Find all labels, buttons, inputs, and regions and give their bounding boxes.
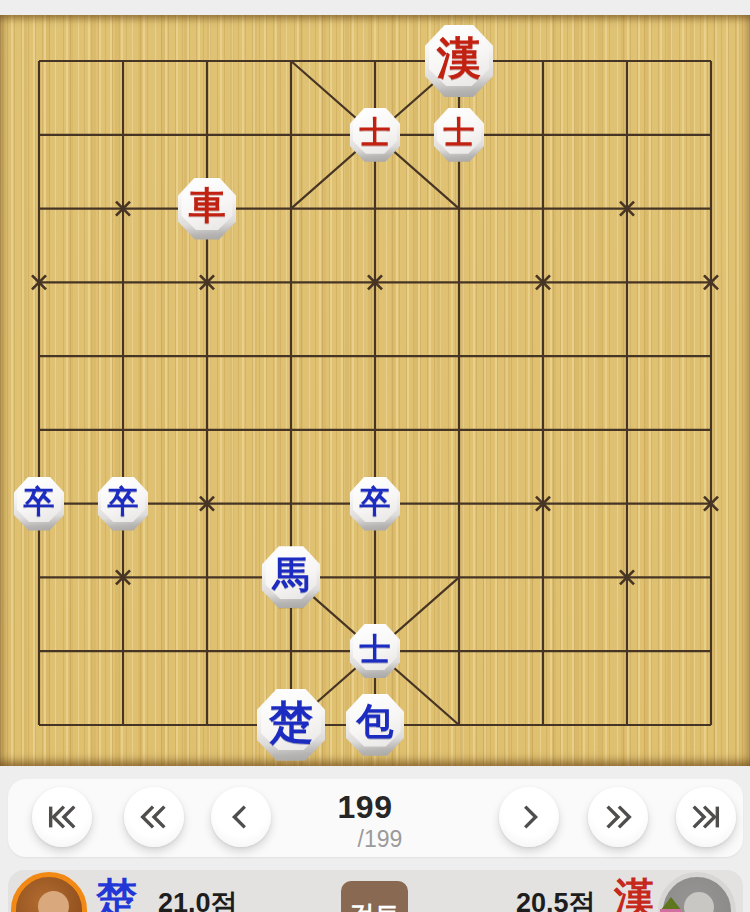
skip-to-first-icon	[45, 800, 79, 834]
piece-han-chariot[interactable]: 車	[178, 178, 236, 240]
board-cell	[165, 393, 249, 467]
board-cell	[585, 688, 669, 762]
board-cell	[333, 319, 417, 393]
board-cell	[417, 393, 501, 467]
piece-cho-soldier[interactable]: 卒	[14, 477, 64, 531]
board-cell	[585, 319, 669, 393]
board-cell	[501, 98, 585, 172]
step-forward-icon	[512, 800, 546, 834]
board-cell	[417, 614, 501, 688]
board-cell: 卒	[81, 467, 165, 541]
board-cell	[81, 98, 165, 172]
board-cell	[165, 540, 249, 614]
board-cell: 士	[333, 614, 417, 688]
board-cell	[501, 245, 585, 319]
board-cell	[501, 393, 585, 467]
board-cell	[669, 540, 750, 614]
han-score: 20.5점	[516, 885, 596, 912]
board-cell: 漢	[417, 24, 501, 98]
board-cell	[0, 540, 81, 614]
board-cell	[669, 467, 750, 541]
board-cell: 卒	[333, 467, 417, 541]
board-cell	[417, 688, 501, 762]
fast-forward-button[interactable]	[588, 787, 648, 847]
step-forward-button[interactable]	[499, 787, 559, 847]
board-cell	[81, 614, 165, 688]
piece-cho-horse[interactable]: 馬	[262, 546, 320, 608]
board-cell	[249, 24, 333, 98]
board-cell	[669, 688, 750, 762]
board-cell	[669, 245, 750, 319]
board-cell	[669, 172, 750, 246]
board-cell	[501, 540, 585, 614]
board-cell	[669, 393, 750, 467]
board-cell: 士	[417, 98, 501, 172]
board-cell: 楚	[249, 688, 333, 762]
piece-han-guard[interactable]: 士	[350, 108, 400, 162]
board-cell	[333, 393, 417, 467]
board-cell	[417, 172, 501, 246]
avatar-head	[38, 891, 69, 912]
board-cell	[585, 98, 669, 172]
piece-grid: 漢士士車卒卒卒馬士楚包	[0, 24, 750, 762]
step-backward-button[interactable]	[211, 787, 271, 847]
rank-badge-icon	[660, 897, 682, 911]
piece-cho-soldier[interactable]: 卒	[98, 477, 148, 531]
board-cell	[165, 245, 249, 319]
board-cell	[417, 540, 501, 614]
board-cell	[0, 614, 81, 688]
board-cell	[0, 393, 81, 467]
board-cell	[249, 172, 333, 246]
board-cell	[249, 98, 333, 172]
board-cell	[81, 688, 165, 762]
piece-han-general[interactable]: 漢	[425, 25, 493, 97]
board-cell	[165, 467, 249, 541]
piece-glyph: 卒	[360, 486, 391, 517]
app-screen: 漢士士車卒卒卒馬士楚包	[0, 0, 750, 912]
fast-backward-icon	[137, 800, 171, 834]
board-cell: 卒	[0, 467, 81, 541]
board-cell	[0, 172, 81, 246]
board-cell	[501, 319, 585, 393]
piece-glyph: 漢	[437, 36, 481, 80]
board-cell	[249, 467, 333, 541]
board-cell	[81, 540, 165, 614]
board-cell	[0, 98, 81, 172]
board-cell: 車	[165, 172, 249, 246]
board-cell	[585, 467, 669, 541]
skip-to-last-icon	[689, 800, 723, 834]
board-cell	[333, 540, 417, 614]
board-cell	[249, 614, 333, 688]
board-cell	[585, 24, 669, 98]
board-cell	[81, 24, 165, 98]
avatar-head	[684, 892, 714, 912]
board-cell	[501, 172, 585, 246]
board-cell	[0, 245, 81, 319]
fast-backward-button[interactable]	[124, 787, 184, 847]
piece-han-guard[interactable]: 士	[434, 108, 484, 162]
board-cell	[249, 319, 333, 393]
piece-glyph: 楚	[269, 700, 313, 744]
board-cell	[417, 245, 501, 319]
piece-glyph: 士	[360, 633, 391, 664]
board-cell	[585, 540, 669, 614]
board-cell	[669, 614, 750, 688]
piece-glyph: 卒	[108, 486, 139, 517]
board-cell	[81, 319, 165, 393]
board-cell	[333, 24, 417, 98]
move-total: /199	[328, 826, 432, 853]
piece-glyph: 士	[444, 117, 475, 148]
skip-to-first-button[interactable]	[32, 787, 92, 847]
board-cell	[165, 98, 249, 172]
board-cell	[0, 24, 81, 98]
fast-forward-icon	[601, 800, 635, 834]
board-cell	[501, 614, 585, 688]
board-cell	[333, 172, 417, 246]
board-cell	[165, 319, 249, 393]
move-counter: 199 /199	[313, 789, 417, 853]
board-cell	[585, 393, 669, 467]
board-cell	[417, 319, 501, 393]
piece-glyph: 士	[360, 117, 391, 148]
piece-glyph: 包	[357, 704, 394, 741]
board-cell	[81, 172, 165, 246]
board-cell	[417, 467, 501, 541]
board-cell	[669, 24, 750, 98]
piece-glyph: 車	[189, 187, 226, 224]
cho-side-symbol: 楚	[96, 878, 137, 912]
review-button[interactable]: 검토	[341, 881, 408, 912]
board-cell	[501, 688, 585, 762]
piece-cho-guard[interactable]: 士	[350, 624, 400, 678]
board-cell: 包	[333, 688, 417, 762]
board-cell	[0, 319, 81, 393]
board-cell	[249, 393, 333, 467]
board-cell	[165, 614, 249, 688]
board-cell	[0, 688, 81, 762]
board-cell: 馬	[249, 540, 333, 614]
board-cell	[669, 98, 750, 172]
board-cell	[585, 614, 669, 688]
board-cell	[249, 245, 333, 319]
board-cell	[333, 245, 417, 319]
board-cell	[81, 245, 165, 319]
piece-cho-general[interactable]: 楚	[257, 689, 325, 761]
board-cell	[669, 319, 750, 393]
piece-glyph: 馬	[273, 556, 310, 593]
step-backward-icon	[224, 800, 258, 834]
board-cell	[501, 24, 585, 98]
board-cell	[165, 688, 249, 762]
board-cell	[81, 393, 165, 467]
board-cell	[585, 245, 669, 319]
piece-glyph: 卒	[24, 486, 55, 517]
skip-to-last-button[interactable]	[676, 787, 736, 847]
board-cell	[165, 24, 249, 98]
board-cell	[585, 172, 669, 246]
piece-cho-cannon[interactable]: 包	[346, 694, 404, 756]
janggi-board: 漢士士車卒卒卒馬士楚包	[0, 15, 750, 766]
cho-score: 21.0점	[158, 885, 238, 912]
board-cell	[501, 467, 585, 541]
board-cell: 士	[333, 98, 417, 172]
han-side-symbol: 漢	[614, 878, 655, 912]
move-number: 199	[313, 789, 417, 826]
piece-cho-soldier[interactable]: 卒	[350, 477, 400, 531]
